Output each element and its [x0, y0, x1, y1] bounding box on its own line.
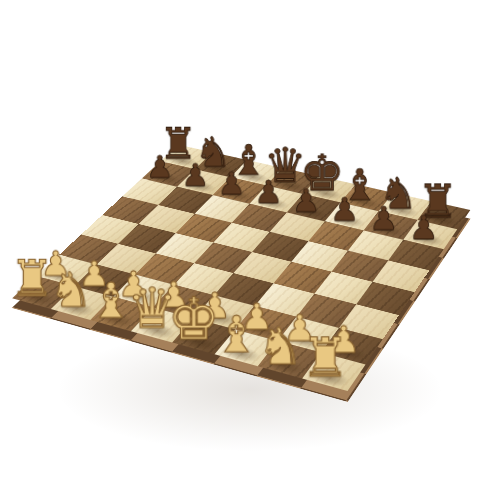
piece-black-pawn-h7[interactable]: ♟: [381, 211, 467, 244]
piece-white-rook-h1[interactable]: ♜: [276, 331, 375, 385]
photo-background: ♜♞♝♛♚♝♞♜♟♟♟♟♟♟♟♟♟♟♟♟♟♟♟♟♜♞♝♛♚♝♞♜: [0, 0, 500, 500]
